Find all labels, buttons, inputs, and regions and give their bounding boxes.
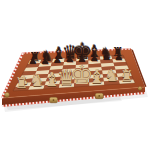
chess-set-product-photo: ♜♞♝♛♚♝♞♜♟♟♟♟♟♟♟♟♟♟♟♟♟♟♟♟♜♞♝♛♚♝♞♜ <box>0 0 150 150</box>
chess-board <box>0 0 150 150</box>
brass-clasp <box>95 93 103 99</box>
brass-clasp <box>49 97 57 103</box>
brass-hinge-cap <box>5 93 10 98</box>
brass-hinge-cap <box>138 87 142 91</box>
